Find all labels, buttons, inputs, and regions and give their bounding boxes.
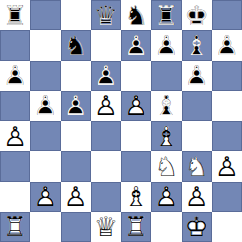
square-f3[interactable]: ♞♘: [151, 151, 181, 181]
square-b2[interactable]: ♟♙: [30, 182, 60, 212]
square-d5[interactable]: ♟♙: [91, 91, 121, 121]
piece-outline-layer: ♖: [154, 2, 178, 29]
square-e1[interactable]: ♜♖: [121, 212, 151, 242]
square-h1[interactable]: [212, 212, 242, 242]
square-e5[interactable]: ♟♙: [121, 91, 151, 121]
piece-outline-layer: ♙: [64, 92, 88, 119]
square-e6[interactable]: [121, 61, 151, 91]
piece-white-rook[interactable]: ♜♖: [0, 212, 30, 242]
piece-white-pawn[interactable]: ♟♙: [121, 91, 151, 121]
piece-black-queen[interactable]: ♛♕: [91, 0, 121, 30]
piece-outline-layer: ♗: [124, 183, 148, 210]
square-c7[interactable]: ♞♘: [61, 30, 91, 60]
square-h3[interactable]: ♟♙: [212, 151, 242, 181]
piece-outline-layer: ♕: [94, 2, 118, 29]
piece-white-bishop[interactable]: ♝♗: [121, 182, 151, 212]
piece-black-pawn[interactable]: ♟♙: [30, 91, 60, 121]
square-h7[interactable]: ♟♙: [212, 30, 242, 60]
square-b1[interactable]: [30, 212, 60, 242]
square-g3[interactable]: ♞♘: [182, 151, 212, 181]
square-g5[interactable]: [182, 91, 212, 121]
piece-black-rook[interactable]: ♜♖: [151, 0, 181, 30]
piece-outline-layer: ♙: [215, 32, 239, 59]
square-f2[interactable]: ♟♙: [151, 182, 181, 212]
square-f1[interactable]: [151, 212, 181, 242]
piece-black-knight[interactable]: ♞♘: [61, 30, 91, 60]
square-c1[interactable]: [61, 212, 91, 242]
piece-white-pawn[interactable]: ♟♙: [182, 182, 212, 212]
square-a6[interactable]: ♟♙: [0, 61, 30, 91]
square-g8[interactable]: ♚♔: [182, 0, 212, 30]
square-b8[interactable]: [30, 0, 60, 30]
piece-white-queen[interactable]: ♛♕: [91, 212, 121, 242]
piece-white-pawn[interactable]: ♟♙: [61, 182, 91, 212]
square-c2[interactable]: ♟♙: [61, 182, 91, 212]
square-g6[interactable]: ♟♙: [182, 61, 212, 91]
square-e2[interactable]: ♝♗: [121, 182, 151, 212]
square-b4[interactable]: [30, 121, 60, 151]
square-b7[interactable]: [30, 30, 60, 60]
square-h5[interactable]: [212, 91, 242, 121]
piece-outline-layer: ♙: [154, 183, 178, 210]
piece-black-bishop[interactable]: ♝♗: [182, 30, 212, 60]
piece-outline-layer: ♙: [124, 92, 148, 119]
square-a5[interactable]: [0, 91, 30, 121]
square-c3[interactable]: [61, 151, 91, 181]
square-d7[interactable]: [91, 30, 121, 60]
square-g2[interactable]: ♟♙: [182, 182, 212, 212]
piece-outline-layer: ♙: [33, 92, 57, 119]
piece-outline-layer: ♙: [3, 62, 27, 89]
piece-outline-layer: ♙: [94, 92, 118, 119]
piece-white-pawn[interactable]: ♟♙: [0, 121, 30, 151]
square-b6[interactable]: [30, 61, 60, 91]
piece-black-bishop[interactable]: ♝♗: [151, 91, 181, 121]
square-a7[interactable]: [0, 30, 30, 60]
piece-outline-layer: ♙: [124, 32, 148, 59]
piece-outline-layer: ♘: [154, 153, 178, 180]
piece-outline-layer: ♙: [64, 183, 88, 210]
square-h4[interactable]: [212, 121, 242, 151]
square-a1[interactable]: ♜♖: [0, 212, 30, 242]
piece-white-knight[interactable]: ♞♘: [182, 151, 212, 181]
piece-white-pawn[interactable]: ♟♙: [91, 91, 121, 121]
square-f7[interactable]: ♟♙: [151, 30, 181, 60]
piece-black-pawn[interactable]: ♟♙: [0, 61, 30, 91]
piece-outline-layer: ♖: [3, 2, 27, 29]
square-f6[interactable]: [151, 61, 181, 91]
square-e3[interactable]: [121, 151, 151, 181]
square-d6[interactable]: ♟♙: [91, 61, 121, 91]
piece-white-rook[interactable]: ♜♖: [121, 212, 151, 242]
piece-black-king[interactable]: ♚♔: [182, 0, 212, 30]
piece-black-knight[interactable]: ♞♘: [121, 0, 151, 30]
square-d3[interactable]: [91, 151, 121, 181]
square-d2[interactable]: [91, 182, 121, 212]
square-c6[interactable]: [61, 61, 91, 91]
square-f5[interactable]: ♝♗: [151, 91, 181, 121]
piece-outline-layer: ♕: [94, 213, 118, 240]
piece-outline-layer: ♘: [64, 32, 88, 59]
square-h8[interactable]: [212, 0, 242, 30]
piece-outline-layer: ♔: [185, 2, 209, 29]
piece-outline-layer: ♔: [185, 213, 209, 240]
piece-outline-layer: ♗: [154, 123, 178, 150]
piece-white-knight[interactable]: ♞♘: [151, 151, 181, 181]
piece-white-king[interactable]: ♚♔: [182, 212, 212, 242]
piece-black-pawn[interactable]: ♟♙: [151, 30, 181, 60]
piece-outline-layer: ♖: [124, 213, 148, 240]
square-c8[interactable]: [61, 0, 91, 30]
piece-outline-layer: ♘: [185, 153, 209, 180]
piece-white-pawn[interactable]: ♟♙: [212, 151, 242, 181]
piece-white-pawn[interactable]: ♟♙: [30, 182, 60, 212]
piece-outline-layer: ♗: [154, 92, 178, 119]
piece-outline-layer: ♙: [154, 32, 178, 59]
piece-black-pawn[interactable]: ♟♙: [182, 61, 212, 91]
piece-white-pawn[interactable]: ♟♙: [151, 182, 181, 212]
square-a3[interactable]: [0, 151, 30, 181]
square-d1[interactable]: ♛♕: [91, 212, 121, 242]
piece-black-pawn[interactable]: ♟♙: [91, 61, 121, 91]
piece-outline-layer: ♙: [3, 123, 27, 150]
piece-outline-layer: ♖: [3, 213, 27, 240]
square-b3[interactable]: [30, 151, 60, 181]
square-h2[interactable]: [212, 182, 242, 212]
square-g7[interactable]: ♝♗: [182, 30, 212, 60]
square-e8[interactable]: ♞♘: [121, 0, 151, 30]
piece-outline-layer: ♘: [124, 2, 148, 29]
square-g1[interactable]: ♚♔: [182, 212, 212, 242]
piece-black-pawn[interactable]: ♟♙: [212, 30, 242, 60]
piece-outline-layer: ♙: [185, 183, 209, 210]
piece-outline-layer: ♙: [185, 62, 209, 89]
square-d8[interactable]: ♛♕: [91, 0, 121, 30]
piece-outline-layer: ♙: [33, 183, 57, 210]
piece-outline-layer: ♗: [185, 32, 209, 59]
square-a8[interactable]: ♜♖: [0, 0, 30, 30]
square-a2[interactable]: [0, 182, 30, 212]
square-b5[interactable]: ♟♙: [30, 91, 60, 121]
piece-outline-layer: ♙: [94, 62, 118, 89]
square-c4[interactable]: [61, 121, 91, 151]
chess-board: ♜♖♛♕♞♘♜♖♚♔♞♘♟♙♟♙♝♗♟♙♟♙♟♙♟♙♟♙♟♙♟♙♟♙♝♗♟♙♝♗…: [0, 0, 242, 242]
piece-black-pawn[interactable]: ♟♙: [121, 30, 151, 60]
square-f4[interactable]: ♝♗: [151, 121, 181, 151]
square-e7[interactable]: ♟♙: [121, 30, 151, 60]
piece-black-pawn[interactable]: ♟♙: [61, 91, 91, 121]
piece-black-rook[interactable]: ♜♖: [0, 0, 30, 30]
square-d4[interactable]: [91, 121, 121, 151]
square-g4[interactable]: [182, 121, 212, 151]
piece-outline-layer: ♙: [215, 153, 239, 180]
square-f8[interactable]: ♜♖: [151, 0, 181, 30]
square-a4[interactable]: ♟♙: [0, 121, 30, 151]
piece-white-bishop[interactable]: ♝♗: [151, 121, 181, 151]
square-c5[interactable]: ♟♙: [61, 91, 91, 121]
square-e4[interactable]: [121, 121, 151, 151]
square-h6[interactable]: [212, 61, 242, 91]
